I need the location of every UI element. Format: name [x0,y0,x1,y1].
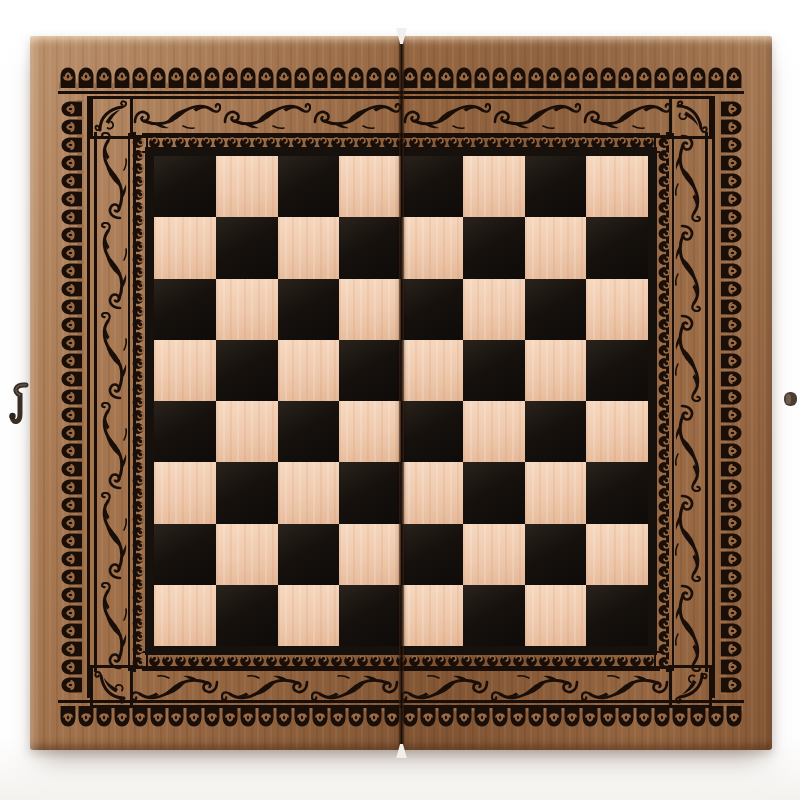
square-e8[interactable] [401,156,463,217]
ornament-corner-top-right [669,96,712,139]
square-h2[interactable] [586,524,648,585]
square-g6[interactable] [525,279,587,340]
square-f4[interactable] [463,401,525,462]
square-g4[interactable] [525,401,587,462]
ornament-corner-bottom-left [90,665,133,708]
square-b8[interactable] [216,156,278,217]
square-c2[interactable] [278,524,340,585]
left-clasp-icon [6,382,32,428]
square-f6[interactable] [463,279,525,340]
square-c6[interactable] [278,279,340,340]
square-a5[interactable] [154,340,216,401]
square-c7[interactable] [278,217,340,278]
square-f7[interactable] [463,217,525,278]
square-e4[interactable] [401,401,463,462]
square-h4[interactable] [586,401,648,462]
square-d5[interactable] [339,340,401,401]
square-g2[interactable] [525,524,587,585]
square-a3[interactable] [154,462,216,523]
square-h5[interactable] [586,340,648,401]
ornament-band-outer-left [56,96,90,698]
square-h6[interactable] [586,279,648,340]
square-e2[interactable] [401,524,463,585]
square-d7[interactable] [339,217,401,278]
square-h3[interactable] [586,462,648,523]
square-b2[interactable] [216,524,278,585]
square-d2[interactable] [339,524,401,585]
square-e1[interactable] [401,585,463,646]
square-f1[interactable] [463,585,525,646]
square-b4[interactable] [216,401,278,462]
square-a1[interactable] [154,585,216,646]
square-a4[interactable] [154,401,216,462]
square-c5[interactable] [278,340,340,401]
square-c3[interactable] [278,462,340,523]
square-b6[interactable] [216,279,278,340]
ornament-band-outer-right [712,96,746,698]
hinge-seam [399,36,404,750]
hinge-seam-gap-top [394,28,409,44]
chess-board [30,36,772,750]
right-clasp-icon [782,386,800,414]
product-photo [0,0,800,800]
square-f8[interactable] [463,156,525,217]
square-g7[interactable] [525,217,587,278]
square-c1[interactable] [278,585,340,646]
square-d1[interactable] [339,585,401,646]
square-g1[interactable] [525,585,587,646]
square-a2[interactable] [154,524,216,585]
ornament-band-inner-right [654,133,674,671]
square-d4[interactable] [339,401,401,462]
square-a7[interactable] [154,217,216,278]
hinge-seam-gap-bottom [394,744,409,758]
square-b1[interactable] [216,585,278,646]
square-a6[interactable] [154,279,216,340]
ornament-corner-bottom-right [669,665,712,708]
square-g5[interactable] [525,340,587,401]
square-h1[interactable] [586,585,648,646]
square-b3[interactable] [216,462,278,523]
square-g3[interactable] [525,462,587,523]
ornament-corner-top-left [90,96,133,139]
square-f3[interactable] [463,462,525,523]
square-b7[interactable] [216,217,278,278]
square-e3[interactable] [401,462,463,523]
square-h8[interactable] [586,156,648,217]
square-h7[interactable] [586,217,648,278]
square-f5[interactable] [463,340,525,401]
square-e5[interactable] [401,340,463,401]
square-e7[interactable] [401,217,463,278]
square-g8[interactable] [525,156,587,217]
square-c8[interactable] [278,156,340,217]
square-a8[interactable] [154,156,216,217]
square-f2[interactable] [463,524,525,585]
square-e6[interactable] [401,279,463,340]
square-b5[interactable] [216,340,278,401]
square-d3[interactable] [339,462,401,523]
square-d6[interactable] [339,279,401,340]
square-c4[interactable] [278,401,340,462]
square-d8[interactable] [339,156,401,217]
